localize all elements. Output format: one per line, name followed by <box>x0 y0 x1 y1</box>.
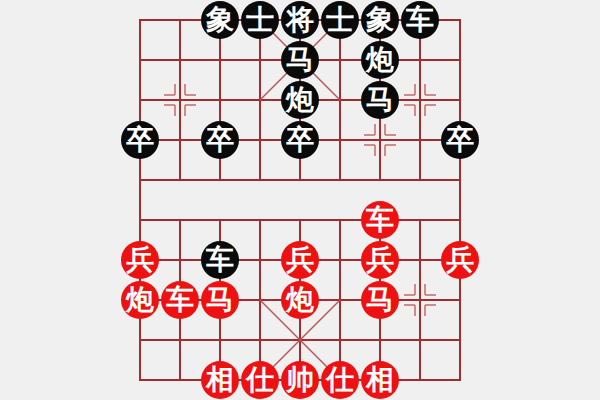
piece-black-advisor[interactable]: 士 <box>321 1 359 39</box>
piece-red-advisor[interactable]: 仕 <box>241 361 279 399</box>
piece-black-elephant[interactable]: 象 <box>361 1 399 39</box>
piece-red-soldier[interactable]: 兵 <box>441 241 479 279</box>
xiangqi-board-screenshot: 象士将士象车马炮炮马卒卒卒卒车兵车兵兵兵炮车马炮马相仕帅仕相 <box>0 0 600 400</box>
piece-red-horse[interactable]: 马 <box>361 281 399 319</box>
piece-red-soldier[interactable]: 兵 <box>121 241 159 279</box>
piece-red-soldier[interactable]: 兵 <box>361 241 399 279</box>
piece-black-chariot[interactable]: 车 <box>201 241 239 279</box>
piece-red-chariot[interactable]: 车 <box>161 281 199 319</box>
piece-red-elephant[interactable]: 相 <box>201 361 239 399</box>
piece-black-horse[interactable]: 马 <box>281 41 319 79</box>
piece-black-soldier[interactable]: 卒 <box>441 121 479 159</box>
piece-red-general[interactable]: 帅 <box>281 361 319 399</box>
piece-black-advisor[interactable]: 士 <box>241 1 279 39</box>
piece-black-soldier[interactable]: 卒 <box>121 121 159 159</box>
piece-red-advisor[interactable]: 仕 <box>321 361 359 399</box>
piece-red-soldier[interactable]: 兵 <box>281 241 319 279</box>
piece-black-cannon[interactable]: 炮 <box>361 41 399 79</box>
piece-red-cannon[interactable]: 炮 <box>121 281 159 319</box>
piece-black-chariot[interactable]: 车 <box>401 1 439 39</box>
piece-red-horse[interactable]: 马 <box>201 281 239 319</box>
piece-black-cannon[interactable]: 炮 <box>281 81 319 119</box>
piece-red-chariot[interactable]: 车 <box>361 201 399 239</box>
piece-black-soldier[interactable]: 卒 <box>201 121 239 159</box>
pieces-layer: 象士将士象车马炮炮马卒卒卒卒车兵车兵兵兵炮车马炮马相仕帅仕相 <box>0 0 600 400</box>
piece-black-soldier[interactable]: 卒 <box>281 121 319 159</box>
piece-black-horse[interactable]: 马 <box>361 81 399 119</box>
piece-black-general[interactable]: 将 <box>281 1 319 39</box>
piece-red-cannon[interactable]: 炮 <box>281 281 319 319</box>
piece-black-elephant[interactable]: 象 <box>201 1 239 39</box>
piece-red-elephant[interactable]: 相 <box>361 361 399 399</box>
